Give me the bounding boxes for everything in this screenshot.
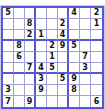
sudoku-board: 54282121482956177453359398796	[1, 6, 104, 109]
cell-r8c9[interactable]	[91, 85, 102, 96]
cell-r2c1[interactable]	[3, 19, 14, 30]
cell-r3c9[interactable]	[91, 30, 102, 41]
given-digit: 1	[94, 19, 100, 28]
cell-r8c5[interactable]	[47, 85, 58, 96]
cell-r6c1[interactable]	[3, 63, 14, 74]
cell-r9c3[interactable]: 9	[25, 96, 36, 107]
cell-r3c7[interactable]	[69, 30, 80, 41]
given-digit: 4	[38, 63, 44, 72]
cell-r9c1[interactable]: 7	[3, 96, 14, 107]
cell-r4c4[interactable]	[36, 41, 47, 52]
cell-r8c3[interactable]	[25, 85, 36, 96]
cell-r6c9[interactable]	[91, 63, 102, 74]
cell-r8c8[interactable]	[80, 85, 91, 96]
given-digit: 3	[82, 63, 88, 72]
cell-r2c4[interactable]	[36, 19, 47, 30]
cell-r4c2[interactable]: 8	[14, 41, 25, 52]
cell-r5c7[interactable]	[69, 52, 80, 63]
cell-r3c5[interactable]	[47, 30, 58, 41]
cell-r4c9[interactable]	[91, 41, 102, 52]
cell-r2c2[interactable]	[14, 19, 25, 30]
cell-r8c1[interactable]: 3	[3, 85, 14, 96]
given-digit: 9	[27, 97, 33, 106]
cell-r1c5[interactable]	[47, 8, 58, 19]
given-digit: 2	[27, 30, 33, 39]
cell-r3c2[interactable]	[14, 30, 25, 41]
given-digit: 2	[60, 19, 66, 28]
cell-r8c4[interactable]: 9	[36, 85, 47, 96]
given-digit: 8	[71, 85, 77, 94]
cell-r7c1[interactable]	[3, 74, 14, 85]
cell-r4c6[interactable]: 9	[58, 41, 69, 52]
cell-r5c3[interactable]	[25, 52, 36, 63]
cell-r6c5[interactable]: 5	[47, 63, 58, 74]
cell-r8c6[interactable]	[58, 85, 69, 96]
cell-r9c2[interactable]	[14, 96, 25, 107]
cell-r5c1[interactable]	[3, 52, 14, 63]
given-digit: 9	[60, 41, 66, 50]
cell-r7c3[interactable]	[25, 74, 36, 85]
cell-r2c7[interactable]	[69, 19, 80, 30]
cell-r7c5[interactable]	[47, 74, 58, 85]
cell-r1c9[interactable]: 2	[91, 8, 102, 19]
cell-r1c7[interactable]: 4	[69, 8, 80, 19]
cell-r3c4[interactable]: 1	[36, 30, 47, 41]
board-frame: 54282121482956177453359398796	[0, 5, 105, 110]
cell-r1c3[interactable]	[25, 8, 36, 19]
cell-r3c3[interactable]: 2	[25, 30, 36, 41]
cell-r7c9[interactable]	[91, 74, 102, 85]
given-digit: 8	[27, 19, 33, 28]
cell-r6c8[interactable]: 3	[80, 63, 91, 74]
cell-r8c2[interactable]	[14, 85, 25, 96]
given-digit: 1	[49, 52, 55, 61]
cell-r7c2[interactable]	[14, 74, 25, 85]
given-digit: 6	[94, 97, 100, 106]
given-digit: 3	[5, 85, 11, 94]
given-digit: 4	[71, 8, 77, 17]
cell-r5c2[interactable]: 6	[14, 52, 25, 63]
cell-r2c5[interactable]	[47, 19, 58, 30]
cell-r1c6[interactable]	[58, 8, 69, 19]
cell-r7c8[interactable]	[80, 74, 91, 85]
cell-r1c8[interactable]	[80, 8, 91, 19]
given-digit: 3	[38, 74, 44, 83]
cell-r4c1[interactable]	[3, 41, 14, 52]
given-digit: 2	[94, 8, 100, 17]
given-digit: 5	[5, 8, 11, 17]
cell-r3c8[interactable]	[80, 30, 91, 41]
cell-r9c8[interactable]	[80, 96, 91, 107]
given-digit: 7	[82, 52, 88, 61]
cell-r7c4[interactable]: 3	[36, 74, 47, 85]
given-digit: 5	[60, 74, 66, 83]
cell-r6c6[interactable]	[58, 63, 69, 74]
cell-r5c8[interactable]: 7	[80, 52, 91, 63]
cell-r9c7[interactable]	[69, 96, 80, 107]
cell-r2c6[interactable]: 2	[58, 19, 69, 30]
given-digit: 8	[16, 41, 22, 50]
cell-r1c1[interactable]: 5	[3, 8, 14, 19]
cell-r5c4[interactable]	[36, 52, 47, 63]
cell-r9c5[interactable]	[47, 96, 58, 107]
cell-r1c4[interactable]	[36, 8, 47, 19]
given-digit: 6	[16, 52, 22, 61]
cell-r2c9[interactable]: 1	[91, 19, 102, 30]
cell-r6c4[interactable]: 4	[36, 63, 47, 74]
cell-r3c6[interactable]: 4	[58, 30, 69, 41]
cell-r2c8[interactable]	[80, 19, 91, 30]
cell-r2c3[interactable]: 8	[25, 19, 36, 30]
cell-r6c3[interactable]: 7	[25, 63, 36, 74]
cell-r4c7[interactable]: 5	[69, 41, 80, 52]
cell-r4c5[interactable]: 2	[47, 41, 58, 52]
cell-r6c2[interactable]	[14, 63, 25, 74]
cell-r8c7[interactable]: 8	[69, 85, 80, 96]
cell-r7c6[interactable]: 5	[58, 74, 69, 85]
cell-r1c2[interactable]	[14, 8, 25, 19]
given-digit: 5	[71, 41, 77, 50]
given-digit: 7	[27, 63, 33, 72]
cell-r5c9[interactable]	[91, 52, 102, 63]
given-digit: 5	[49, 63, 55, 72]
cell-r5c6[interactable]	[58, 52, 69, 63]
cell-r4c8[interactable]	[80, 41, 91, 52]
given-digit: 1	[38, 30, 44, 39]
cell-r4c3[interactable]	[25, 41, 36, 52]
cell-r6c7[interactable]	[69, 63, 80, 74]
given-digit: 9	[71, 74, 77, 83]
given-digit: 7	[5, 97, 11, 106]
given-digit: 9	[38, 85, 44, 94]
cell-r9c6[interactable]	[58, 96, 69, 107]
cell-r5c5[interactable]: 1	[47, 52, 58, 63]
cell-r9c4[interactable]	[36, 96, 47, 107]
given-digit: 4	[60, 30, 66, 39]
cell-r9c9[interactable]: 6	[91, 96, 102, 107]
cell-r7c7[interactable]: 9	[69, 74, 80, 85]
given-digit: 2	[49, 41, 55, 50]
cell-r3c1[interactable]	[3, 30, 14, 41]
